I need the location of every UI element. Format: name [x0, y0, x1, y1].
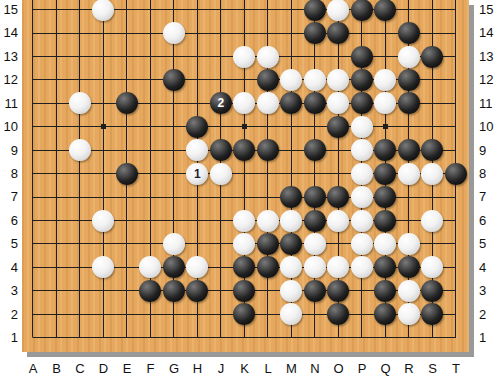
intersection-L6[interactable]: [256, 209, 280, 232]
intersection-B15[interactable]: [45, 0, 69, 21]
intersection-O9[interactable]: [327, 139, 351, 162]
intersection-E3[interactable]: [115, 279, 139, 302]
intersection-Q9[interactable]: [374, 139, 398, 162]
intersection-O6[interactable]: [327, 209, 351, 232]
intersection-D12[interactable]: [92, 68, 116, 91]
intersection-L10[interactable]: [256, 115, 280, 138]
intersection-K4[interactable]: [233, 256, 257, 279]
intersection-H7[interactable]: [186, 185, 210, 208]
intersection-E13[interactable]: [115, 45, 139, 68]
intersection-J5[interactable]: [209, 232, 233, 255]
intersection-F6[interactable]: [139, 209, 163, 232]
intersection-L4[interactable]: [256, 256, 280, 279]
intersection-J14[interactable]: [209, 21, 233, 44]
intersection-N10[interactable]: [303, 115, 327, 138]
intersection-O7[interactable]: [327, 185, 351, 208]
intersection-K3[interactable]: [233, 279, 257, 302]
intersection-T1[interactable]: [444, 326, 468, 349]
intersection-B5[interactable]: [45, 232, 69, 255]
intersection-B9[interactable]: [45, 139, 69, 162]
intersection-N4[interactable]: [303, 256, 327, 279]
intersection-R15[interactable]: [397, 0, 421, 21]
intersection-L5[interactable]: [256, 232, 280, 255]
intersection-F5[interactable]: [139, 232, 163, 255]
intersection-O10[interactable]: [327, 115, 351, 138]
intersection-D8[interactable]: [92, 162, 116, 185]
intersection-D1[interactable]: [92, 326, 116, 349]
intersection-B2[interactable]: [45, 302, 69, 325]
intersection-H3[interactable]: [186, 279, 210, 302]
intersection-S5[interactable]: [421, 232, 445, 255]
intersection-P2[interactable]: [350, 302, 374, 325]
intersection-Q1[interactable]: [374, 326, 398, 349]
white-stone-N4: [304, 256, 326, 278]
intersection-M12[interactable]: [280, 68, 304, 91]
intersection-H8[interactable]: 1: [186, 162, 210, 185]
intersection-Q6[interactable]: [374, 209, 398, 232]
intersection-N6[interactable]: [303, 209, 327, 232]
intersection-D10[interactable]: [92, 115, 116, 138]
intersection-S3[interactable]: [421, 279, 445, 302]
intersection-T13[interactable]: [444, 45, 468, 68]
intersection-G10[interactable]: [162, 115, 186, 138]
intersection-D9[interactable]: [92, 139, 116, 162]
intersection-L1[interactable]: [256, 326, 280, 349]
intersection-T4[interactable]: [444, 256, 468, 279]
intersection-G12[interactable]: [162, 68, 186, 91]
intersection-T10[interactable]: [444, 115, 468, 138]
intersection-B3[interactable]: [45, 279, 69, 302]
intersection-H15[interactable]: [186, 0, 210, 21]
intersection-Q10[interactable]: [374, 115, 398, 138]
intersection-L8[interactable]: [256, 162, 280, 185]
intersection-O4[interactable]: [327, 256, 351, 279]
intersection-D14[interactable]: [92, 21, 116, 44]
intersection-N14[interactable]: [303, 21, 327, 44]
intersection-M7[interactable]: [280, 185, 304, 208]
intersection-O12[interactable]: [327, 68, 351, 91]
intersection-T8[interactable]: [444, 162, 468, 185]
intersection-J6[interactable]: [209, 209, 233, 232]
intersection-C13[interactable]: [68, 45, 92, 68]
intersection-H14[interactable]: [186, 21, 210, 44]
intersection-A7[interactable]: [22, 185, 45, 208]
intersection-G5[interactable]: [162, 232, 186, 255]
intersection-D3[interactable]: [92, 279, 116, 302]
intersection-P10[interactable]: [350, 115, 374, 138]
intersection-T3[interactable]: [444, 279, 468, 302]
intersection-R10[interactable]: [397, 115, 421, 138]
white-stone-M12: [280, 69, 302, 91]
intersection-F13[interactable]: [139, 45, 163, 68]
intersection-H11[interactable]: [186, 92, 210, 115]
intersection-J3[interactable]: [209, 279, 233, 302]
intersection-N2[interactable]: [303, 302, 327, 325]
intersection-M11[interactable]: [280, 92, 304, 115]
intersection-K10[interactable]: [233, 115, 257, 138]
intersection-Q12[interactable]: [374, 68, 398, 91]
intersection-M15[interactable]: [280, 0, 304, 21]
intersection-P9[interactable]: [350, 139, 374, 162]
intersection-S8[interactable]: [421, 162, 445, 185]
intersection-M1[interactable]: [280, 326, 304, 349]
intersection-E10[interactable]: [115, 115, 139, 138]
intersection-C6[interactable]: [68, 209, 92, 232]
intersection-L14[interactable]: [256, 21, 280, 44]
intersection-K13[interactable]: [233, 45, 257, 68]
intersection-O15[interactable]: [327, 0, 351, 21]
intersection-C1[interactable]: [68, 326, 92, 349]
intersection-C15[interactable]: [68, 0, 92, 21]
intersection-C7[interactable]: [68, 185, 92, 208]
intersection-E15[interactable]: [115, 0, 139, 21]
intersection-O2[interactable]: [327, 302, 351, 325]
intersection-K8[interactable]: [233, 162, 257, 185]
intersection-T2[interactable]: [444, 302, 468, 325]
intersection-C8[interactable]: [68, 162, 92, 185]
intersection-E7[interactable]: [115, 185, 139, 208]
intersection-K6[interactable]: [233, 209, 257, 232]
black-stone-E11: [116, 92, 138, 114]
intersection-Q5[interactable]: [374, 232, 398, 255]
intersection-B8[interactable]: [45, 162, 69, 185]
intersection-O1[interactable]: [327, 326, 351, 349]
intersection-M10[interactable]: [280, 115, 304, 138]
intersection-G8[interactable]: [162, 162, 186, 185]
intersection-K7[interactable]: [233, 185, 257, 208]
intersection-H13[interactable]: [186, 45, 210, 68]
intersection-E12[interactable]: [115, 68, 139, 91]
intersection-E5[interactable]: [115, 232, 139, 255]
intersection-F7[interactable]: [139, 185, 163, 208]
intersection-E1[interactable]: [115, 326, 139, 349]
intersection-R7[interactable]: [397, 185, 421, 208]
intersection-C11[interactable]: [68, 92, 92, 115]
intersection-F11[interactable]: [139, 92, 163, 115]
intersection-O3[interactable]: [327, 279, 351, 302]
intersection-S1[interactable]: [421, 326, 445, 349]
intersection-E8[interactable]: [115, 162, 139, 185]
intersection-J4[interactable]: [209, 256, 233, 279]
intersection-F4[interactable]: [139, 256, 163, 279]
intersection-G11[interactable]: [162, 92, 186, 115]
intersection-B11[interactable]: [45, 92, 69, 115]
intersection-R9[interactable]: [397, 139, 421, 162]
intersection-L9[interactable]: [256, 139, 280, 162]
intersection-G7[interactable]: [162, 185, 186, 208]
intersection-E4[interactable]: [115, 256, 139, 279]
intersection-P8[interactable]: [350, 162, 374, 185]
intersection-M3[interactable]: [280, 279, 304, 302]
intersection-T6[interactable]: [444, 209, 468, 232]
intersection-J8[interactable]: [209, 162, 233, 185]
intersection-S14[interactable]: [421, 21, 445, 44]
intersection-Q7[interactable]: [374, 185, 398, 208]
intersection-P4[interactable]: [350, 256, 374, 279]
intersection-M8[interactable]: [280, 162, 304, 185]
intersection-Q14[interactable]: [374, 21, 398, 44]
intersection-H1[interactable]: [186, 326, 210, 349]
intersection-A2[interactable]: [22, 302, 45, 325]
intersection-H6[interactable]: [186, 209, 210, 232]
intersection-N9[interactable]: [303, 139, 327, 162]
intersection-C14[interactable]: [68, 21, 92, 44]
intersection-A11[interactable]: [22, 92, 45, 115]
intersection-T5[interactable]: [444, 232, 468, 255]
intersection-T7[interactable]: [444, 185, 468, 208]
intersection-A5[interactable]: [22, 232, 45, 255]
intersection-O8[interactable]: [327, 162, 351, 185]
intersection-S7[interactable]: [421, 185, 445, 208]
intersection-O11[interactable]: [327, 92, 351, 115]
intersection-S2[interactable]: [421, 302, 445, 325]
black-stone-R11: [398, 92, 420, 114]
intersection-S12[interactable]: [421, 68, 445, 91]
intersection-A8[interactable]: [22, 162, 45, 185]
intersection-D5[interactable]: [92, 232, 116, 255]
intersection-F15[interactable]: [139, 0, 163, 21]
intersection-P5[interactable]: [350, 232, 374, 255]
intersection-J1[interactable]: [209, 326, 233, 349]
white-stone-O12: [327, 69, 349, 91]
intersection-B4[interactable]: [45, 256, 69, 279]
intersection-J10[interactable]: [209, 115, 233, 138]
intersection-D11[interactable]: [92, 92, 116, 115]
intersection-B6[interactable]: [45, 209, 69, 232]
intersection-J2[interactable]: [209, 302, 233, 325]
intersection-A12[interactable]: [22, 68, 45, 91]
intersection-Q8[interactable]: [374, 162, 398, 185]
intersection-G3[interactable]: [162, 279, 186, 302]
intersection-R3[interactable]: [397, 279, 421, 302]
intersection-M14[interactable]: [280, 21, 304, 44]
intersection-M4[interactable]: [280, 256, 304, 279]
intersection-S11[interactable]: [421, 92, 445, 115]
intersection-R8[interactable]: [397, 162, 421, 185]
intersection-C2[interactable]: [68, 302, 92, 325]
intersection-N8[interactable]: [303, 162, 327, 185]
intersection-Q4[interactable]: [374, 256, 398, 279]
intersection-H12[interactable]: [186, 68, 210, 91]
intersection-B1[interactable]: [45, 326, 69, 349]
intersection-D15[interactable]: [92, 0, 116, 21]
intersection-T11[interactable]: [444, 92, 468, 115]
intersection-P15[interactable]: [350, 0, 374, 21]
white-stone-Q11: [374, 92, 396, 114]
intersection-K14[interactable]: [233, 21, 257, 44]
intersection-A6[interactable]: [22, 209, 45, 232]
intersection-N5[interactable]: [303, 232, 327, 255]
intersection-D2[interactable]: [92, 302, 116, 325]
intersection-N1[interactable]: [303, 326, 327, 349]
intersection-A1[interactable]: [22, 326, 45, 349]
intersection-Q2[interactable]: [374, 302, 398, 325]
intersection-H5[interactable]: [186, 232, 210, 255]
intersection-Q11[interactable]: [374, 92, 398, 115]
intersection-B10[interactable]: [45, 115, 69, 138]
intersection-R2[interactable]: [397, 302, 421, 325]
intersection-J9[interactable]: [209, 139, 233, 162]
intersection-H10[interactable]: [186, 115, 210, 138]
intersection-K1[interactable]: [233, 326, 257, 349]
intersection-P11[interactable]: [350, 92, 374, 115]
intersection-O5[interactable]: [327, 232, 351, 255]
intersection-D6[interactable]: [92, 209, 116, 232]
intersection-P6[interactable]: [350, 209, 374, 232]
intersection-P13[interactable]: [350, 45, 374, 68]
intersection-M5[interactable]: [280, 232, 304, 255]
intersection-D4[interactable]: [92, 256, 116, 279]
intersection-O14[interactable]: [327, 21, 351, 44]
intersection-G2[interactable]: [162, 302, 186, 325]
row-label-right-3: 3: [479, 283, 499, 298]
intersection-M9[interactable]: [280, 139, 304, 162]
intersection-E2[interactable]: [115, 302, 139, 325]
intersection-Q13[interactable]: [374, 45, 398, 68]
intersection-C12[interactable]: [68, 68, 92, 91]
intersection-F14[interactable]: [139, 21, 163, 44]
intersection-A15[interactable]: [22, 0, 45, 21]
intersection-A10[interactable]: [22, 115, 45, 138]
board-grid: 21: [22, 0, 468, 349]
intersection-S9[interactable]: [421, 139, 445, 162]
intersection-C4[interactable]: [68, 256, 92, 279]
intersection-K12[interactable]: [233, 68, 257, 91]
intersection-L3[interactable]: [256, 279, 280, 302]
intersection-T12[interactable]: [444, 68, 468, 91]
intersection-Q15[interactable]: [374, 0, 398, 21]
intersection-L11[interactable]: [256, 92, 280, 115]
intersection-N3[interactable]: [303, 279, 327, 302]
intersection-N7[interactable]: [303, 185, 327, 208]
intersection-E11[interactable]: [115, 92, 139, 115]
intersection-K15[interactable]: [233, 0, 257, 21]
intersection-R13[interactable]: [397, 45, 421, 68]
row-label-left-5: 5: [0, 236, 18, 251]
intersection-L2[interactable]: [256, 302, 280, 325]
intersection-F2[interactable]: [139, 302, 163, 325]
intersection-J13[interactable]: [209, 45, 233, 68]
row-label-left-14: 14: [0, 25, 18, 40]
intersection-M13[interactable]: [280, 45, 304, 68]
intersection-R1[interactable]: [397, 326, 421, 349]
intersection-G13[interactable]: [162, 45, 186, 68]
intersection-N11[interactable]: [303, 92, 327, 115]
intersection-P3[interactable]: [350, 279, 374, 302]
intersection-G4[interactable]: [162, 256, 186, 279]
intersection-J12[interactable]: [209, 68, 233, 91]
intersection-G15[interactable]: [162, 0, 186, 21]
intersection-D7[interactable]: [92, 185, 116, 208]
intersection-R12[interactable]: [397, 68, 421, 91]
intersection-C9[interactable]: [68, 139, 92, 162]
intersection-B14[interactable]: [45, 21, 69, 44]
intersection-G14[interactable]: [162, 21, 186, 44]
intersection-H9[interactable]: [186, 139, 210, 162]
intersection-H2[interactable]: [186, 302, 210, 325]
intersection-J15[interactable]: [209, 0, 233, 21]
intersection-F8[interactable]: [139, 162, 163, 185]
row-label-right-1: 1: [479, 330, 499, 345]
intersection-A4[interactable]: [22, 256, 45, 279]
intersection-R5[interactable]: [397, 232, 421, 255]
intersection-L15[interactable]: [256, 0, 280, 21]
intersection-S10[interactable]: [421, 115, 445, 138]
intersection-A14[interactable]: [22, 21, 45, 44]
intersection-R11[interactable]: [397, 92, 421, 115]
intersection-F1[interactable]: [139, 326, 163, 349]
intersection-F12[interactable]: [139, 68, 163, 91]
intersection-R6[interactable]: [397, 209, 421, 232]
column-label-P: P: [351, 361, 374, 376]
intersection-E14[interactable]: [115, 21, 139, 44]
intersection-P7[interactable]: [350, 185, 374, 208]
intersection-C3[interactable]: [68, 279, 92, 302]
intersection-N12[interactable]: [303, 68, 327, 91]
intersection-L7[interactable]: [256, 185, 280, 208]
intersection-T9[interactable]: [444, 139, 468, 162]
intersection-P1[interactable]: [350, 326, 374, 349]
intersection-J7[interactable]: [209, 185, 233, 208]
white-stone-M6: [280, 210, 302, 232]
intersection-K5[interactable]: [233, 232, 257, 255]
intersection-P14[interactable]: [350, 21, 374, 44]
intersection-H4[interactable]: [186, 256, 210, 279]
intersection-B7[interactable]: [45, 185, 69, 208]
intersection-F3[interactable]: [139, 279, 163, 302]
intersection-N15[interactable]: [303, 0, 327, 21]
intersection-K2[interactable]: [233, 302, 257, 325]
intersection-M6[interactable]: [280, 209, 304, 232]
intersection-K9[interactable]: [233, 139, 257, 162]
intersection-E6[interactable]: [115, 209, 139, 232]
intersection-D13[interactable]: [92, 45, 116, 68]
intersection-B13[interactable]: [45, 45, 69, 68]
intersection-A13[interactable]: [22, 45, 45, 68]
intersection-O13[interactable]: [327, 45, 351, 68]
intersection-L13[interactable]: [256, 45, 280, 68]
intersection-G6[interactable]: [162, 209, 186, 232]
intersection-E9[interactable]: [115, 139, 139, 162]
intersection-S4[interactable]: [421, 256, 445, 279]
intersection-T14[interactable]: [444, 21, 468, 44]
intersection-Q3[interactable]: [374, 279, 398, 302]
intersection-S13[interactable]: [421, 45, 445, 68]
intersection-N13[interactable]: [303, 45, 327, 68]
intersection-R4[interactable]: [397, 256, 421, 279]
intersection-R14[interactable]: [397, 21, 421, 44]
column-label-B: B: [45, 361, 68, 376]
intersection-C10[interactable]: [68, 115, 92, 138]
intersection-M2[interactable]: [280, 302, 304, 325]
intersection-S15[interactable]: [421, 0, 445, 21]
intersection-C5[interactable]: [68, 232, 92, 255]
row-label-right-4: 4: [479, 260, 499, 275]
intersection-G9[interactable]: [162, 139, 186, 162]
intersection-A3[interactable]: [22, 279, 45, 302]
intersection-F9[interactable]: [139, 139, 163, 162]
intersection-T15[interactable]: [444, 0, 468, 21]
intersection-K11[interactable]: [233, 92, 257, 115]
intersection-P12[interactable]: [350, 68, 374, 91]
intersection-A9[interactable]: [22, 139, 45, 162]
intersection-S6[interactable]: [421, 209, 445, 232]
intersection-B12[interactable]: [45, 68, 69, 91]
intersection-L12[interactable]: [256, 68, 280, 91]
intersection-G1[interactable]: [162, 326, 186, 349]
intersection-J11[interactable]: 2: [209, 92, 233, 115]
intersection-F10[interactable]: [139, 115, 163, 138]
